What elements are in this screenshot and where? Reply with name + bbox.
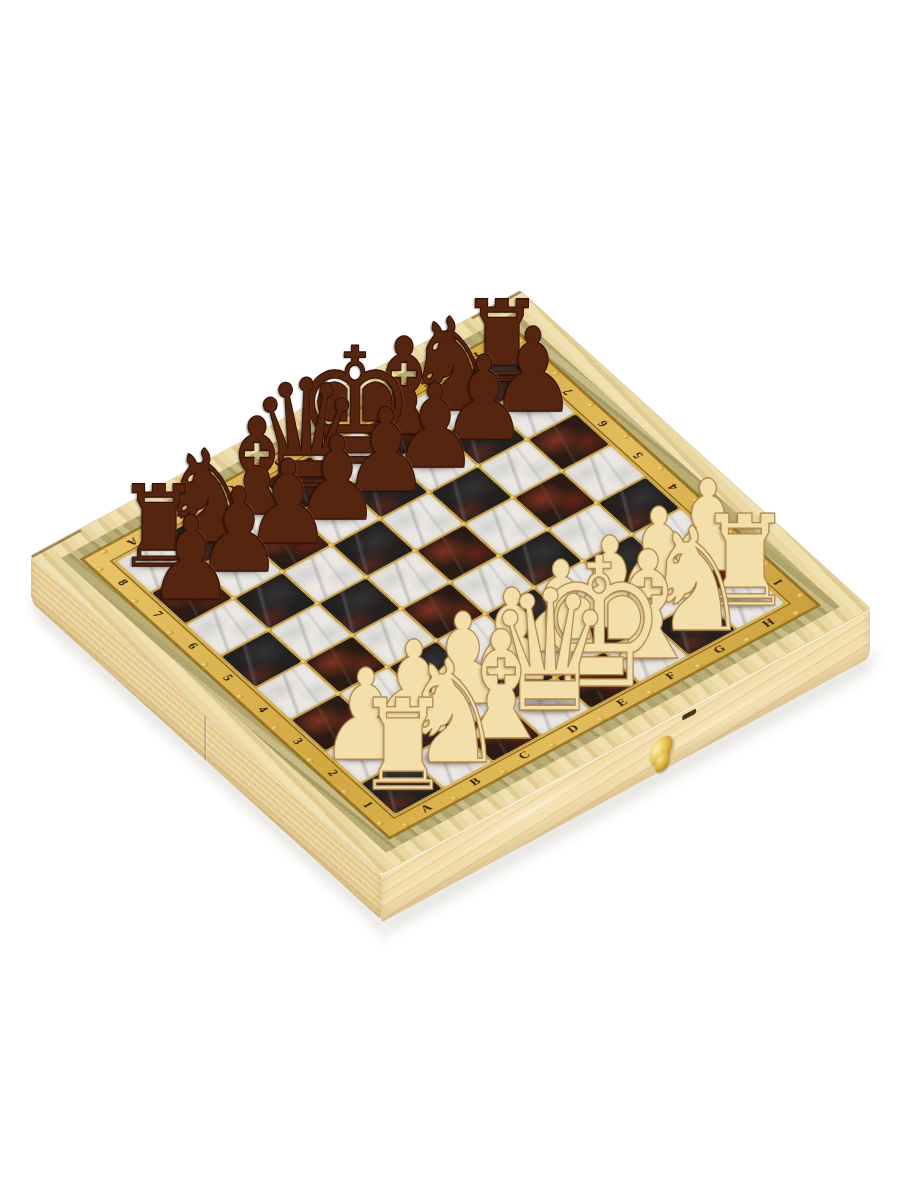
pieces-layer: ♜♞♟♝♟♚♟♛♟♝♟♞♟♜♟♟♟♟♜♟♞♟♝♟♚♟♛♟♝♟♞♜ — [0, 0, 900, 1200]
white-rook-icon: ♜ — [356, 683, 451, 809]
black-pawn-icon: ♟ — [147, 502, 235, 618]
product-photo-scene: AABBCCDDEEFFGGHH1122334455667788 ♜♞♟♝♟♚♟… — [0, 0, 900, 1200]
